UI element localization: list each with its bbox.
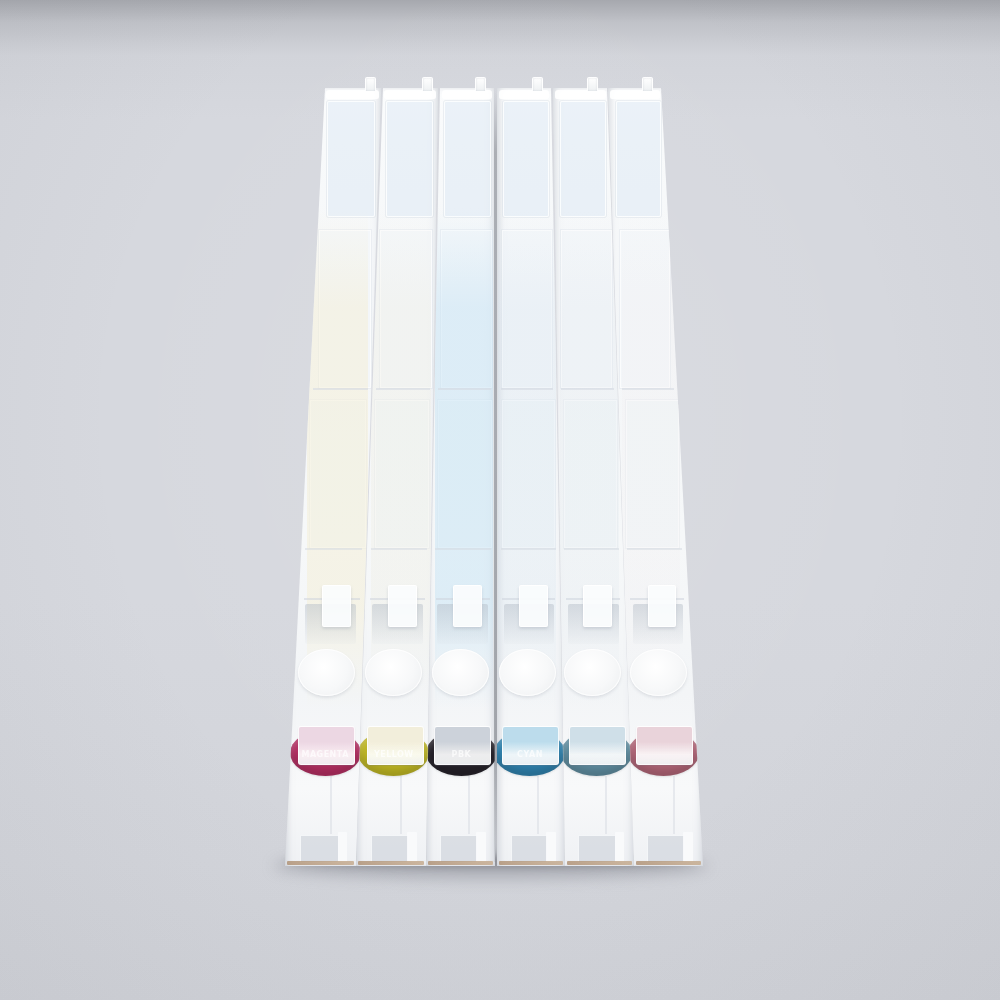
top-tab — [422, 77, 433, 91]
round-fill-seal — [564, 649, 621, 696]
panel-seam-line-1 — [501, 388, 553, 390]
foot-recess-panel — [371, 835, 409, 863]
bottom-edge-line — [499, 861, 564, 865]
lower-divider-line — [330, 776, 332, 834]
color-label-text: CYAN — [495, 749, 566, 761]
cartridge-row: MAGENTAYELLOWPBKCYAN — [0, 0, 1000, 1000]
panel-seam-line-1 — [561, 388, 614, 390]
top-tab — [642, 77, 653, 91]
top-cap — [499, 90, 550, 99]
bottom-edge-line — [428, 861, 493, 865]
foot-right-rib — [338, 832, 348, 862]
panel-seam-line-1 — [313, 388, 367, 390]
lower-divider-line — [673, 776, 675, 834]
panel-seam-line-2 — [627, 548, 682, 550]
panel-seam-line-2 — [564, 548, 619, 550]
top-tab — [475, 77, 486, 91]
ink-cartridge-cyan: CYAN — [497, 88, 565, 866]
panel-seam-line-1 — [438, 388, 491, 390]
latch-clip — [322, 585, 352, 627]
foot-right-rib — [476, 832, 486, 862]
panel-seam-line-2 — [305, 548, 362, 550]
foot-recess-panel — [511, 835, 548, 863]
color-label-text — [561, 749, 632, 761]
round-fill-seal — [298, 649, 355, 696]
latch-clip — [388, 585, 417, 627]
top-tab — [532, 77, 543, 91]
bottom-edge-line — [636, 861, 701, 865]
panel-seam-line-1 — [376, 388, 430, 390]
latch-clip — [583, 585, 612, 627]
top-cap — [610, 90, 660, 99]
top-cap — [326, 90, 379, 99]
upper-recess-panel — [327, 101, 375, 217]
panel-seam-line-2 — [501, 548, 556, 550]
latch-clip — [648, 585, 677, 627]
round-fill-seal — [365, 649, 422, 696]
foot-right-rib — [615, 832, 625, 862]
round-fill-seal — [432, 649, 489, 696]
upper-recess-panel — [386, 101, 433, 217]
panel-seam-line-2 — [435, 548, 490, 550]
bottom-edge-line — [358, 861, 424, 865]
foot-right-rib — [683, 832, 693, 862]
foot-recess-panel — [440, 835, 478, 863]
top-cap — [555, 90, 606, 99]
round-fill-seal — [630, 649, 687, 696]
foot-recess-panel — [300, 835, 339, 863]
upper-recess-panel — [616, 101, 662, 217]
round-fill-seal — [499, 649, 556, 696]
color-label-text: MAGENTA — [290, 749, 361, 761]
top-cap — [442, 90, 493, 99]
lower-divider-line — [605, 776, 607, 834]
bottom-edge-line — [287, 861, 354, 865]
upper-recess-panel — [444, 101, 490, 217]
upper-recess-panel — [560, 101, 606, 217]
foot-right-rib — [407, 832, 417, 862]
foot-recess-panel — [578, 835, 616, 863]
panel-seam-line-2 — [371, 548, 427, 550]
center-seam-line — [494, 90, 497, 862]
ink-cartridge-photo-black: PBK — [426, 88, 495, 866]
bottom-edge-line — [567, 861, 632, 865]
latch-clip — [519, 585, 548, 627]
upper-recess-panel — [503, 101, 549, 217]
color-label-text: PBK — [426, 749, 497, 761]
top-cap — [384, 90, 436, 99]
top-tab — [587, 77, 598, 91]
lower-divider-line — [537, 776, 539, 834]
top-tab — [365, 77, 376, 91]
color-label-text: YELLOW — [358, 749, 429, 761]
panel-seam-line-1 — [622, 388, 674, 390]
color-label-text — [628, 749, 699, 761]
latch-clip — [453, 585, 482, 627]
product-photo: MAGENTAYELLOWPBKCYAN — [0, 0, 1000, 1000]
lower-divider-line — [468, 776, 470, 834]
foot-right-rib — [546, 832, 555, 862]
foot-recess-panel — [647, 835, 685, 863]
lower-divider-line — [400, 776, 402, 834]
